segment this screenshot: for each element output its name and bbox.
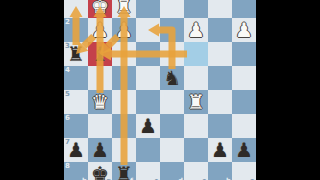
square-b3[interactable] [208,42,232,66]
square-d7[interactable] [160,138,184,162]
square-c1[interactable] [184,0,208,18]
square-a4[interactable] [232,66,256,90]
piece-white-rook-f1[interactable]: ♜ [112,0,136,18]
square-b4[interactable] [208,66,232,90]
square-g6[interactable] [88,114,112,138]
rank-label-8: 8 [65,163,70,170]
square-d2[interactable] [160,18,184,42]
rank-label-6: 6 [65,115,70,122]
rank-label-2: 2 [65,19,70,26]
piece-black-bishop-g3[interactable]: ♝ [88,42,112,66]
piece-black-king-g8[interactable]: ♚ [88,162,112,180]
square-e7[interactable] [136,138,160,162]
square-f3[interactable] [112,42,136,66]
file-label-a: a [250,178,255,180]
square-c7[interactable] [184,138,208,162]
letterbox-right [256,0,320,180]
square-e3[interactable] [136,42,160,66]
square-c4[interactable] [184,66,208,90]
square-e1[interactable] [136,0,160,18]
rank-label-4: 4 [65,67,70,74]
piece-black-pawn-h7[interactable]: ♟ [64,138,88,162]
square-f5[interactable] [112,90,136,114]
file-label-e: e [154,178,159,180]
square-a1[interactable] [232,0,256,18]
rank-label-1: 1 [65,0,70,2]
file-label-c: c [202,178,206,180]
piece-white-pawn-a2[interactable]: ♟ [232,18,256,42]
piece-black-pawn-a7[interactable]: ♟ [232,138,256,162]
piece-white-pawn-c2[interactable]: ♟ [184,18,208,42]
square-h1[interactable] [64,0,88,18]
square-d5[interactable] [160,90,184,114]
square-d1[interactable] [160,0,184,18]
square-b5[interactable] [208,90,232,114]
square-a5[interactable] [232,90,256,114]
piece-white-queen-g5[interactable]: ♛ [88,90,112,114]
square-c3[interactable] [184,42,208,66]
file-label-h: h [82,178,87,180]
square-g4[interactable] [88,66,112,90]
square-b1[interactable] [208,0,232,18]
square-a6[interactable] [232,114,256,138]
chess-board[interactable]: 12345678hgfedcba♜♚♟♟♟♟♟♜♛♞♝♜♟♟♟♟♜♚ [64,0,256,180]
square-a3[interactable] [232,42,256,66]
square-b2[interactable] [208,18,232,42]
piece-black-rook-h3[interactable]: ♜ [64,42,88,66]
square-f4[interactable] [112,66,136,90]
square-c6[interactable] [184,114,208,138]
piece-black-knight-d4[interactable]: ♞ [160,66,184,90]
screenshot-stage: 12345678hgfedcba♜♚♟♟♟♟♟♜♛♞♝♜♟♟♟♟♜♚ [0,0,320,180]
piece-white-pawn-g2[interactable]: ♟ [88,18,112,42]
square-e4[interactable] [136,66,160,90]
square-b6[interactable] [208,114,232,138]
square-f7[interactable] [112,138,136,162]
piece-white-rook-c5[interactable]: ♜ [184,90,208,114]
square-d6[interactable] [160,114,184,138]
square-f6[interactable] [112,114,136,138]
letterbox-left [0,0,64,180]
piece-white-king-g1[interactable]: ♚ [88,0,112,18]
square-e5[interactable] [136,90,160,114]
piece-black-rook-f8[interactable]: ♜ [112,162,136,180]
piece-black-pawn-e6[interactable]: ♟ [136,114,160,138]
rank-label-5: 5 [65,91,70,98]
piece-white-pawn-f2[interactable]: ♟ [112,18,136,42]
file-label-b: b [226,178,231,180]
piece-black-pawn-g7[interactable]: ♟ [88,138,112,162]
piece-black-pawn-b7[interactable]: ♟ [208,138,232,162]
file-label-d: d [178,178,183,180]
square-e2[interactable] [136,18,160,42]
square-d3[interactable] [160,42,184,66]
